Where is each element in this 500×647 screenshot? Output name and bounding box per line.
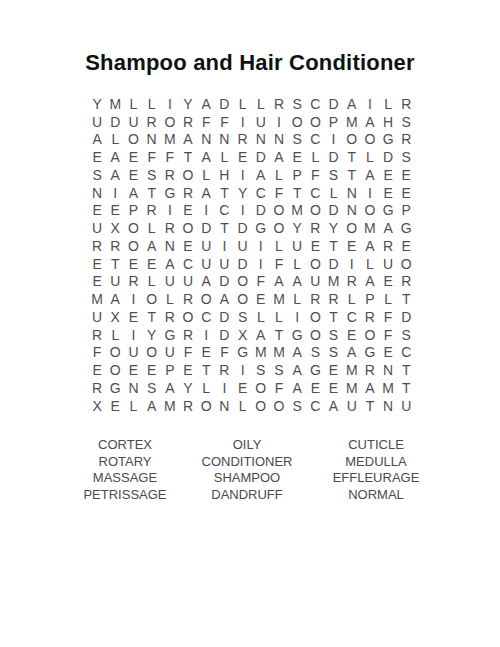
grid-cell-r14c14: S [324,326,342,344]
grid-cell-r12c6: R [179,290,197,308]
grid-cell-r18c12: S [288,397,306,415]
grid-cell-r17c17: M [379,379,397,397]
grid-cell-r6c5: G [161,184,179,202]
grid-cell-r3c9: R [234,131,252,149]
grid-cell-r17c9: E [234,379,252,397]
grid-cell-r17c4: S [143,379,161,397]
grid-cell-r12c14: R [324,290,342,308]
grid-cell-r9c11: L [270,237,288,255]
grid-cell-r3c3: O [124,131,142,149]
grid-cell-r8c1: U [88,219,106,237]
grid-cell-r3c15: O [343,131,361,149]
word-list-item: MEDULLA [291,454,461,471]
puzzle-title: Shampoo and Hair Conditioner [0,50,500,76]
grid-cell-r15c7: E [197,344,215,362]
grid-cell-r14c9: X [234,326,252,344]
grid-cell-r17c3: N [124,379,142,397]
grid-cell-r9c17: R [379,237,397,255]
grid-cell-r4c14: D [324,148,342,166]
grid-cell-r10c6: C [179,255,197,273]
grid-cell-r6c11: F [270,184,288,202]
grid-cell-r14c7: I [197,326,215,344]
grid-cell-r9c4: A [143,237,161,255]
grid-cell-r11c1: E [88,273,106,291]
grid-cell-r10c15: I [343,255,361,273]
grid-cell-r16c9: I [234,361,252,379]
grid-cell-r9c2: R [106,237,124,255]
grid-cell-r9c9: U [234,237,252,255]
grid-cell-r6c6: R [179,184,197,202]
grid-cell-r4c6: T [179,148,197,166]
grid-cell-r10c18: O [397,255,415,273]
grid-cell-r17c7: L [197,379,215,397]
grid-cell-r18c13: C [306,397,324,415]
grid-cell-r3c11: N [270,131,288,149]
grid-cell-r13c8: D [215,308,233,326]
grid-cell-r4c1: E [88,148,106,166]
grid-cell-r8c8: T [215,219,233,237]
grid-cell-r12c13: R [306,290,324,308]
grid-cell-r8c15: O [343,219,361,237]
grid-cell-r15c2: O [106,344,124,362]
grid-cell-r2c11: I [270,113,288,131]
grid-cell-r5c7: L [197,166,215,184]
grid-cell-r5c1: S [88,166,106,184]
grid-cell-r14c11: T [270,326,288,344]
grid-cell-r10c12: L [288,255,306,273]
grid-cell-r15c6: F [179,344,197,362]
grid-cell-r2c6: R [179,113,197,131]
grid-cell-r15c17: E [379,344,397,362]
grid-cell-r10c8: U [215,255,233,273]
grid-cell-r12c3: I [124,290,142,308]
grid-cell-r1c11: R [270,95,288,113]
grid-cell-r10c2: T [106,255,124,273]
grid-cell-r1c2: M [106,95,124,113]
grid-cell-r16c17: N [379,361,397,379]
grid-cell-r13c11: L [270,308,288,326]
grid-cell-r7c12: M [288,202,306,220]
grid-cell-r7c15: N [343,202,361,220]
grid-cell-r1c9: L [234,95,252,113]
grid-cell-r17c13: E [306,379,324,397]
grid-cell-r7c16: O [361,202,379,220]
grid-cell-r15c9: G [234,344,252,362]
grid-cell-r8c14: Y [324,219,342,237]
grid-cell-r9c13: E [306,237,324,255]
grid-cell-r12c1: M [88,290,106,308]
grid-cell-r15c18: C [397,344,415,362]
grid-cell-r12c2: A [106,290,124,308]
grid-cell-r13c13: O [306,308,324,326]
grid-cell-r5c6: O [179,166,197,184]
grid-cell-r11c5: U [161,273,179,291]
grid-cell-r11c14: M [324,273,342,291]
grid-cell-r2c15: M [343,113,361,131]
grid-cell-r3c14: I [324,131,342,149]
grid-cell-r18c15: U [343,397,361,415]
grid-cell-r11c9: O [234,273,252,291]
grid-cell-r15c1: F [88,344,106,362]
grid-cell-r13c16: R [361,308,379,326]
grid-cell-r3c10: N [252,131,270,149]
grid-cell-r8c5: R [161,219,179,237]
grid-cell-r17c5: A [161,379,179,397]
word-search-worksheet: Shampoo and Hair Conditioner YMLLIYADLLR… [0,0,500,647]
grid-cell-r16c5: P [161,361,179,379]
grid-cell-r3c6: A [179,131,197,149]
grid-cell-r11c12: A [288,273,306,291]
grid-cell-r16c7: T [197,361,215,379]
grid-cell-r13c10: L [252,308,270,326]
grid-cell-r8c9: D [234,219,252,237]
grid-cell-r5c13: F [306,166,324,184]
grid-cell-r11c13: U [306,273,324,291]
grid-cell-r15c12: A [288,344,306,362]
grid-cell-r2c14: P [324,113,342,131]
grid-cell-r5c5: R [161,166,179,184]
grid-cell-r6c4: T [143,184,161,202]
grid-cell-r16c6: E [179,361,197,379]
grid-cell-r7c11: O [270,202,288,220]
grid-cell-r2c10: U [252,113,270,131]
grid-cell-r6c14: L [324,184,342,202]
grid-cell-r2c13: O [306,113,324,131]
grid-cell-r18c5: M [161,397,179,415]
grid-cell-r6c15: N [343,184,361,202]
grid-cell-r4c7: A [197,148,215,166]
grid-cell-r16c18: T [397,361,415,379]
word-list-item: NORMAL [291,487,461,504]
grid-cell-r3c12: S [288,131,306,149]
grid-cell-r15c11: M [270,344,288,362]
grid-cell-r4c18: S [397,148,415,166]
grid-cell-r17c14: E [324,379,342,397]
grid-cell-r1c1: Y [88,95,106,113]
grid-cell-r12c11: M [270,290,288,308]
grid-cell-r6c7: A [197,184,215,202]
grid-cell-r7c10: D [252,202,270,220]
grid-cell-r10c10: I [252,255,270,273]
grid-cell-r2c2: D [106,113,124,131]
grid-cell-r12c10: E [252,290,270,308]
grid-cell-r12c8: A [215,290,233,308]
grid-cell-r13c15: C [343,308,361,326]
grid-cell-r15c16: G [361,344,379,362]
grid-cell-r6c18: E [397,184,415,202]
grid-cell-r17c10: O [252,379,270,397]
grid-cell-r4c5: F [161,148,179,166]
grid-cell-r1c16: I [361,95,379,113]
grid-cell-r1c14: D [324,95,342,113]
grid-cell-r9c12: U [288,237,306,255]
grid-cell-r14c3: I [124,326,142,344]
grid-cell-r8c16: M [361,219,379,237]
word-search-grid: YMLLIYADLLRSCDAILRUDURORFFIUIOOPMAHSALON… [88,95,415,415]
grid-cell-r8c4: L [143,219,161,237]
grid-cell-r4c12: E [288,148,306,166]
grid-cell-r14c4: Y [143,326,161,344]
grid-cell-r17c18: T [397,379,415,397]
grid-cell-r8c18: G [397,219,415,237]
grid-cell-r5c12: P [288,166,306,184]
word-list-column-3: CUTICLEMEDULLAEFFLEURAGENORMAL [291,437,461,503]
grid-cell-r13c9: S [234,308,252,326]
grid-cell-r5c18: E [397,166,415,184]
grid-cell-r16c13: G [306,361,324,379]
grid-cell-r4c15: T [343,148,361,166]
grid-cell-r6c2: I [106,184,124,202]
grid-cell-r16c12: A [288,361,306,379]
grid-cell-r11c10: F [252,273,270,291]
grid-cell-r2c5: O [161,113,179,131]
grid-cell-r5c8: H [215,166,233,184]
grid-cell-r11c7: A [197,273,215,291]
grid-cell-r12c16: P [361,290,379,308]
grid-cell-r18c8: N [215,397,233,415]
grid-cell-r8c3: O [124,219,142,237]
grid-cell-r10c14: D [324,255,342,273]
grid-cell-r7c7: I [197,202,215,220]
grid-cell-r7c14: D [324,202,342,220]
grid-cell-r14c5: G [161,326,179,344]
grid-cell-r13c17: F [379,308,397,326]
grid-cell-r6c1: N [88,184,106,202]
grid-cell-r16c11: S [270,361,288,379]
grid-cell-r5c17: E [379,166,397,184]
grid-cell-r16c4: E [143,361,161,379]
grid-cell-r13c3: E [124,308,142,326]
grid-cell-r13c2: X [106,308,124,326]
grid-cell-r8c6: O [179,219,197,237]
grid-cell-r6c17: E [379,184,397,202]
grid-cell-r18c17: N [379,397,397,415]
grid-cell-r9c1: R [88,237,106,255]
grid-cell-r18c11: O [270,397,288,415]
grid-cell-r11c18: R [397,273,415,291]
grid-cell-r10c11: F [270,255,288,273]
grid-cell-r16c16: R [361,361,379,379]
grid-cell-r15c5: U [161,344,179,362]
grid-cell-r12c9: O [234,290,252,308]
grid-cell-r5c3: E [124,166,142,184]
grid-cell-r14c1: R [88,326,106,344]
grid-cell-r12c12: L [288,290,306,308]
grid-cell-r15c14: S [324,344,342,362]
grid-cell-r3c5: M [161,131,179,149]
grid-cell-r15c4: O [143,344,161,362]
word-list: CORTEXROTARYMASSAGEPETRISSAGE OILYCONDIT… [0,437,500,517]
grid-cell-r4c4: F [143,148,161,166]
grid-cell-r5c9: I [234,166,252,184]
grid-cell-r16c15: M [343,361,361,379]
grid-cell-r6c12: T [288,184,306,202]
grid-cell-r8c2: X [106,219,124,237]
grid-cell-r14c6: R [179,326,197,344]
grid-cell-r14c12: G [288,326,306,344]
grid-cell-r9c5: N [161,237,179,255]
grid-cell-r2c8: F [215,113,233,131]
grid-cell-r13c7: C [197,308,215,326]
grid-cell-r17c16: A [361,379,379,397]
grid-cell-r10c4: E [143,255,161,273]
grid-cell-r4c8: L [215,148,233,166]
grid-cell-r6c9: Y [234,184,252,202]
grid-cell-r2c3: U [124,113,142,131]
grid-cell-r12c15: L [343,290,361,308]
grid-cell-r17c11: F [270,379,288,397]
grid-cell-r5c10: A [252,166,270,184]
grid-cell-r6c8: T [215,184,233,202]
grid-cell-r2c16: A [361,113,379,131]
grid-cell-r11c11: A [270,273,288,291]
grid-cell-r1c7: A [197,95,215,113]
grid-cell-r8c13: R [306,219,324,237]
grid-cell-r5c16: A [361,166,379,184]
grid-cell-r3c2: L [106,131,124,149]
grid-cell-r13c14: T [324,308,342,326]
grid-cell-r11c17: E [379,273,397,291]
grid-cell-r18c16: T [361,397,379,415]
grid-cell-r16c2: O [106,361,124,379]
grid-cell-r10c3: E [124,255,142,273]
grid-cell-r18c10: O [252,397,270,415]
grid-cell-r18c1: X [88,397,106,415]
grid-cell-r11c8: D [215,273,233,291]
grid-cell-r7c9: I [234,202,252,220]
grid-cell-r16c1: E [88,361,106,379]
grid-cell-r3c18: R [397,131,415,149]
grid-cell-r5c2: A [106,166,124,184]
grid-cell-r3c7: N [197,131,215,149]
grid-cell-r4c9: E [234,148,252,166]
grid-cell-r1c10: L [252,95,270,113]
grid-cell-r14c13: O [306,326,324,344]
grid-cell-r18c7: O [197,397,215,415]
grid-cell-r1c12: S [288,95,306,113]
grid-cell-r1c17: L [379,95,397,113]
grid-cell-r10c16: L [361,255,379,273]
grid-cell-r3c8: N [215,131,233,149]
grid-cell-r14c15: E [343,326,361,344]
grid-cell-r2c9: I [234,113,252,131]
grid-cell-r13c4: T [143,308,161,326]
grid-cell-r18c4: A [143,397,161,415]
grid-cell-r7c8: C [215,202,233,220]
grid-cell-r15c10: M [252,344,270,362]
grid-cell-r14c10: A [252,326,270,344]
grid-cell-r17c6: Y [179,379,197,397]
grid-cell-r8c10: G [252,219,270,237]
grid-cell-r3c1: A [88,131,106,149]
grid-cell-r18c18: U [397,397,415,415]
grid-cell-r4c3: E [124,148,142,166]
grid-cell-r8c7: D [197,219,215,237]
grid-cell-r9c3: O [124,237,142,255]
grid-cell-r16c3: E [124,361,142,379]
grid-cell-r11c16: A [361,273,379,291]
grid-cell-r18c3: L [124,397,142,415]
grid-cell-r5c14: S [324,166,342,184]
grid-cell-r7c13: O [306,202,324,220]
grid-cell-r15c8: F [215,344,233,362]
grid-cell-r10c7: U [197,255,215,273]
grid-cell-r12c7: O [197,290,215,308]
grid-cell-r16c8: R [215,361,233,379]
grid-cell-r1c6: Y [179,95,197,113]
grid-cell-r11c6: U [179,273,197,291]
grid-cell-r1c4: L [143,95,161,113]
grid-cell-r2c4: R [143,113,161,131]
grid-cell-r14c18: S [397,326,415,344]
grid-cell-r16c10: S [252,361,270,379]
grid-cell-r1c5: I [161,95,179,113]
grid-cell-r14c17: F [379,326,397,344]
grid-cell-r5c11: L [270,166,288,184]
grid-cell-r10c5: A [161,255,179,273]
grid-cell-r2c1: U [88,113,106,131]
grid-cell-r4c16: L [361,148,379,166]
grid-cell-r10c17: U [379,255,397,273]
grid-cell-r9c16: A [361,237,379,255]
grid-cell-r14c8: D [215,326,233,344]
grid-cell-r10c9: D [234,255,252,273]
grid-cell-r9c8: I [215,237,233,255]
grid-cell-r17c2: G [106,379,124,397]
grid-cell-r4c17: D [379,148,397,166]
grid-cell-r8c17: A [379,219,397,237]
grid-cell-r12c17: L [379,290,397,308]
grid-cell-r15c15: A [343,344,361,362]
grid-cell-r11c15: R [343,273,361,291]
grid-cell-r9c14: T [324,237,342,255]
grid-cell-r4c11: A [270,148,288,166]
grid-cell-r4c13: L [306,148,324,166]
grid-cell-r4c2: A [106,148,124,166]
grid-cell-r11c3: R [124,273,142,291]
grid-cell-r7c6: E [179,202,197,220]
grid-cell-r14c2: L [106,326,124,344]
grid-cell-r16c14: E [324,361,342,379]
grid-cell-r18c14: A [324,397,342,415]
grid-cell-r17c8: I [215,379,233,397]
grid-cell-r13c1: U [88,308,106,326]
grid-cell-r13c6: O [179,308,197,326]
grid-cell-r2c12: O [288,113,306,131]
grid-cell-r17c12: A [288,379,306,397]
grid-cell-r7c4: R [143,202,161,220]
grid-cell-r6c13: C [306,184,324,202]
grid-cell-r18c2: E [106,397,124,415]
grid-cell-r1c8: D [215,95,233,113]
grid-cell-r11c4: L [143,273,161,291]
word-list-item: CUTICLE [291,437,461,454]
grid-cell-r18c9: L [234,397,252,415]
grid-cell-r14c16: O [361,326,379,344]
grid-cell-r13c12: I [288,308,306,326]
grid-cell-r9c6: E [179,237,197,255]
grid-cell-r9c7: U [197,237,215,255]
grid-cell-r18c6: R [179,397,197,415]
grid-cell-r15c3: U [124,344,142,362]
grid-cell-r2c18: S [397,113,415,131]
grid-cell-r7c17: G [379,202,397,220]
grid-cell-r5c15: T [343,166,361,184]
grid-cell-r7c18: P [397,202,415,220]
grid-cell-r1c13: C [306,95,324,113]
grid-cell-r9c10: I [252,237,270,255]
grid-cell-r1c3: L [124,95,142,113]
